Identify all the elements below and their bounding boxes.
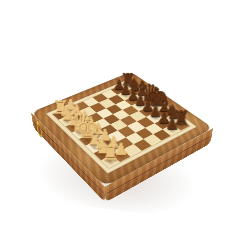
chess-box: ♜♞♝♛♚♝♞♜♟♟♟♟♟♟♟♟♟♟♟♟♟♟♟♟♜♞♝♛♚♝♞♜ xyxy=(31,72,213,187)
photo-canvas: ♜♞♝♛♚♝♞♜♟♟♟♟♟♟♟♟♟♟♟♟♟♟♟♟♜♞♝♛♚♝♞♜ Folding… xyxy=(0,0,240,240)
white-rook-glyph: ♜ xyxy=(101,142,120,163)
scene-3d: ♜♞♝♛♚♝♞♜♟♟♟♟♟♟♟♟♟♟♟♟♟♟♟♟♜♞♝♛♚♝♞♜ xyxy=(0,0,240,240)
brass-latch xyxy=(35,118,42,136)
black-pawn-glyph: ♟ xyxy=(165,117,179,132)
